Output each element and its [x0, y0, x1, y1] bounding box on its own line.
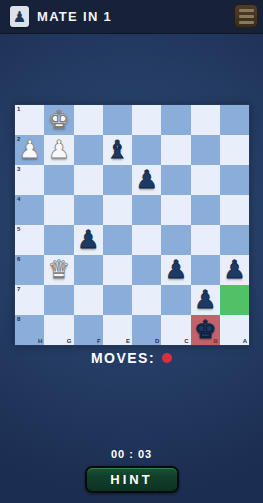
square-e4[interactable]: [103, 195, 132, 225]
black-king[interactable]: ♚: [191, 315, 220, 345]
square-e5[interactable]: [103, 225, 132, 255]
white-pawn[interactable]: ♟: [15, 135, 44, 165]
square-g7[interactable]: [44, 285, 73, 315]
square-h7[interactable]: 7: [15, 285, 44, 315]
square-f5[interactable]: ♟: [74, 225, 103, 255]
white-queen[interactable]: ♛: [44, 255, 73, 285]
square-h1[interactable]: 1: [15, 105, 44, 135]
square-b1[interactable]: [191, 105, 220, 135]
square-c4[interactable]: [161, 195, 190, 225]
black-bishop[interactable]: ♝: [103, 135, 132, 165]
square-f7[interactable]: [74, 285, 103, 315]
black-pawn[interactable]: ♟: [161, 255, 190, 285]
square-a1[interactable]: [220, 105, 249, 135]
square-g5[interactable]: [44, 225, 73, 255]
square-c1[interactable]: [161, 105, 190, 135]
hint-button[interactable]: HINT: [85, 466, 179, 493]
square-d2[interactable]: [132, 135, 161, 165]
app-pawn-icon: ♟: [10, 6, 29, 27]
square-e2[interactable]: ♝: [103, 135, 132, 165]
menu-button[interactable]: [234, 4, 258, 28]
rank-label: 6: [17, 256, 20, 262]
square-f8[interactable]: F: [74, 315, 103, 345]
move-error-dot: [162, 353, 172, 363]
hamburger-icon: [239, 21, 254, 24]
file-label: E: [126, 338, 130, 344]
square-h4[interactable]: 4: [15, 195, 44, 225]
square-a3[interactable]: [220, 165, 249, 195]
square-c6[interactable]: ♟: [161, 255, 190, 285]
square-h8[interactable]: 8H: [15, 315, 44, 345]
square-b5[interactable]: [191, 225, 220, 255]
square-a2[interactable]: [220, 135, 249, 165]
square-c2[interactable]: [161, 135, 190, 165]
file-label: A: [243, 338, 247, 344]
square-a4[interactable]: [220, 195, 249, 225]
white-pawn[interactable]: ♟: [44, 135, 73, 165]
square-a7[interactable]: [220, 285, 249, 315]
square-b3[interactable]: [191, 165, 220, 195]
square-d5[interactable]: [132, 225, 161, 255]
hamburger-icon: [239, 9, 254, 12]
black-pawn[interactable]: ♟: [132, 165, 161, 195]
square-g3[interactable]: [44, 165, 73, 195]
file-label: G: [67, 338, 72, 344]
square-b4[interactable]: [191, 195, 220, 225]
square-h5[interactable]: 5: [15, 225, 44, 255]
square-a5[interactable]: [220, 225, 249, 255]
square-f6[interactable]: [74, 255, 103, 285]
rank-label: 7: [17, 286, 20, 292]
square-h6[interactable]: 6: [15, 255, 44, 285]
square-d7[interactable]: [132, 285, 161, 315]
black-pawn[interactable]: ♟: [74, 225, 103, 255]
square-c7[interactable]: [161, 285, 190, 315]
square-b7[interactable]: ♟: [191, 285, 220, 315]
rank-label: 3: [17, 166, 20, 172]
square-g8[interactable]: G: [44, 315, 73, 345]
square-b8[interactable]: B♚: [191, 315, 220, 345]
square-c8[interactable]: C: [161, 315, 190, 345]
rank-label: 1: [17, 106, 20, 112]
chess-board: 1♚2♟♟♝3♟45♟6♛♟♟7♟8HGFEDCB♚A: [14, 104, 250, 346]
square-a6[interactable]: ♟: [220, 255, 249, 285]
square-e6[interactable]: [103, 255, 132, 285]
square-c5[interactable]: [161, 225, 190, 255]
square-f4[interactable]: [74, 195, 103, 225]
moves-row: MOVES:: [0, 350, 263, 366]
black-pawn[interactable]: ♟: [191, 285, 220, 315]
file-label: H: [38, 338, 42, 344]
square-b2[interactable]: [191, 135, 220, 165]
square-e1[interactable]: [103, 105, 132, 135]
square-d8[interactable]: D: [132, 315, 161, 345]
square-g2[interactable]: ♟: [44, 135, 73, 165]
square-e3[interactable]: [103, 165, 132, 195]
moves-label: MOVES:: [91, 350, 155, 366]
square-c3[interactable]: [161, 165, 190, 195]
square-g1[interactable]: ♚: [44, 105, 73, 135]
file-label: F: [97, 338, 101, 344]
timer: 00 : 03: [0, 448, 263, 460]
square-f3[interactable]: [74, 165, 103, 195]
hamburger-icon: [239, 15, 254, 18]
square-e7[interactable]: [103, 285, 132, 315]
header-bar: ♟ MATE IN 1: [0, 0, 263, 34]
black-pawn[interactable]: ♟: [220, 255, 249, 285]
white-king[interactable]: ♚: [44, 105, 73, 135]
square-e8[interactable]: E: [103, 315, 132, 345]
square-b6[interactable]: [191, 255, 220, 285]
square-g6[interactable]: ♛: [44, 255, 73, 285]
square-d3[interactable]: ♟: [132, 165, 161, 195]
file-label: D: [155, 338, 159, 344]
rank-label: 8: [17, 316, 20, 322]
square-h3[interactable]: 3: [15, 165, 44, 195]
square-a8[interactable]: A: [220, 315, 249, 345]
square-g4[interactable]: [44, 195, 73, 225]
square-d1[interactable]: [132, 105, 161, 135]
square-f1[interactable]: [74, 105, 103, 135]
square-d6[interactable]: [132, 255, 161, 285]
square-h2[interactable]: 2♟: [15, 135, 44, 165]
file-label: C: [184, 338, 188, 344]
square-f2[interactable]: [74, 135, 103, 165]
app-root: ♟ MATE IN 1 1♚2♟♟♝3♟45♟6♛♟♟7♟8HGFEDCB♚A …: [0, 0, 263, 503]
rank-label: 5: [17, 226, 20, 232]
page-title: MATE IN 1: [37, 0, 112, 33]
square-d4[interactable]: [132, 195, 161, 225]
rank-label: 4: [17, 196, 20, 202]
